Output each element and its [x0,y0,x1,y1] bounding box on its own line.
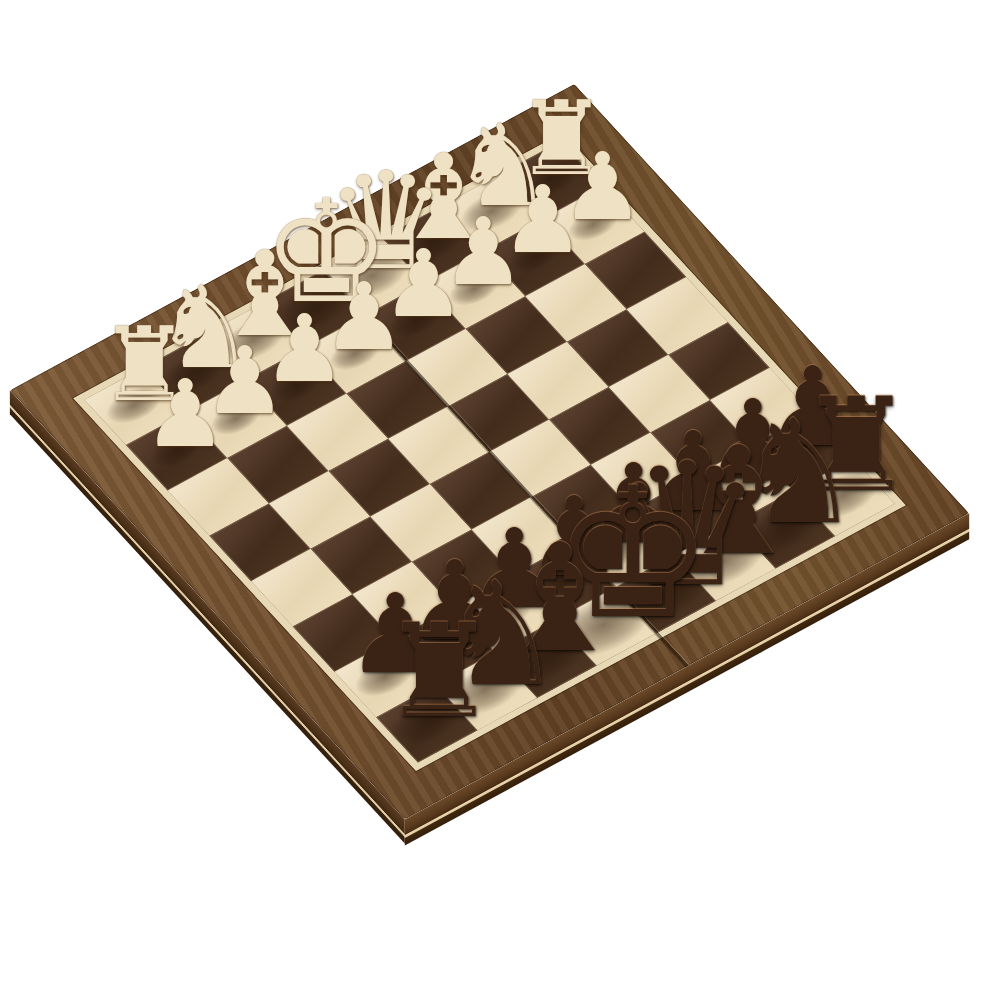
black-rook[interactable]: ♜ [369,607,509,737]
white-pawn[interactable]: ♟ [115,368,255,461]
product-photo-stage: ♜♞♝♛♚♝♞♜♟♟♟♟♟♟♟♟♟♟♟♟♟♟♟♟♜♞♝♛♚♝♞♜ [0,0,1000,1000]
pieces-layer: ♜♞♝♛♚♝♞♜♟♟♟♟♟♟♟♟♟♟♟♟♟♟♟♟♜♞♝♛♚♝♞♜ [10,84,969,820]
chess-board: ♜♞♝♛♚♝♞♜♟♟♟♟♟♟♟♟♟♟♟♟♟♟♟♟♜♞♝♛♚♝♞♜ [10,84,969,820]
